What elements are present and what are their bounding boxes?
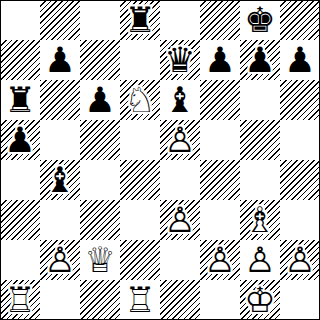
piece-outline: ♙ — [200, 240, 240, 280]
square-c2[interactable]: ♛♕ — [80, 240, 120, 280]
square-c8[interactable] — [80, 0, 120, 40]
square-d2[interactable] — [120, 240, 160, 280]
square-g8[interactable]: ♚ — [240, 0, 280, 40]
square-h5[interactable] — [280, 120, 320, 160]
square-e4[interactable] — [160, 160, 200, 200]
square-b2[interactable]: ♟♙ — [40, 240, 80, 280]
square-g3[interactable]: ♝♗ — [240, 200, 280, 240]
piece-white-rook[interactable]: ♜♖ — [120, 280, 160, 320]
piece-white-pawn[interactable]: ♟♙ — [200, 240, 240, 280]
square-g4[interactable] — [240, 160, 280, 200]
piece-outline: ♖ — [120, 280, 160, 320]
square-f1[interactable] — [200, 280, 240, 320]
piece-white-knight[interactable]: ♞♘ — [120, 80, 160, 120]
square-b5[interactable] — [40, 120, 80, 160]
piece-outline: ♙ — [280, 240, 320, 280]
piece-outline: ♕ — [80, 240, 120, 280]
piece-white-pawn[interactable]: ♟♙ — [160, 120, 200, 160]
piece-outline: ♙ — [40, 240, 80, 280]
square-h6[interactable] — [280, 80, 320, 120]
square-h7[interactable]: ♟ — [280, 40, 320, 80]
square-d6[interactable]: ♞♘ — [120, 80, 160, 120]
square-c3[interactable] — [80, 200, 120, 240]
piece-outline: ♖ — [0, 280, 40, 320]
piece-black-pawn[interactable]: ♟ — [0, 120, 40, 160]
piece-black-pawn[interactable]: ♟ — [80, 80, 120, 120]
square-h2[interactable]: ♟♙ — [280, 240, 320, 280]
piece-white-pawn[interactable]: ♟♙ — [280, 240, 320, 280]
square-f3[interactable] — [200, 200, 240, 240]
square-a5[interactable]: ♟ — [0, 120, 40, 160]
piece-outline: ♙ — [240, 240, 280, 280]
square-c6[interactable]: ♟ — [80, 80, 120, 120]
square-b6[interactable] — [40, 80, 80, 120]
square-d4[interactable] — [120, 160, 160, 200]
square-e6[interactable]: ♝ — [160, 80, 200, 120]
square-f4[interactable] — [200, 160, 240, 200]
square-e1[interactable] — [160, 280, 200, 320]
square-h3[interactable] — [280, 200, 320, 240]
piece-black-rook[interactable]: ♜ — [120, 0, 160, 40]
piece-white-bishop[interactable]: ♝♗ — [240, 200, 280, 240]
square-e7[interactable]: ♛ — [160, 40, 200, 80]
square-a4[interactable] — [0, 160, 40, 200]
square-h1[interactable] — [280, 280, 320, 320]
square-g1[interactable]: ♚♔ — [240, 280, 280, 320]
square-c4[interactable] — [80, 160, 120, 200]
square-d5[interactable] — [120, 120, 160, 160]
square-c5[interactable] — [80, 120, 120, 160]
square-c1[interactable] — [80, 280, 120, 320]
square-g5[interactable] — [240, 120, 280, 160]
piece-white-pawn[interactable]: ♟♙ — [160, 200, 200, 240]
square-d7[interactable] — [120, 40, 160, 80]
square-b3[interactable] — [40, 200, 80, 240]
square-e2[interactable] — [160, 240, 200, 280]
square-g6[interactable] — [240, 80, 280, 120]
square-f8[interactable] — [200, 0, 240, 40]
square-f2[interactable]: ♟♙ — [200, 240, 240, 280]
square-f6[interactable] — [200, 80, 240, 120]
square-h8[interactable] — [280, 0, 320, 40]
piece-outline: ♘ — [120, 80, 160, 120]
square-a3[interactable] — [0, 200, 40, 240]
piece-black-queen[interactable]: ♛ — [160, 40, 200, 80]
square-e8[interactable] — [160, 0, 200, 40]
piece-white-king[interactable]: ♚♔ — [240, 280, 280, 320]
piece-black-king[interactable]: ♚ — [240, 0, 280, 40]
chess-board: ♜♚♟♛♟♟♟♜♟♞♘♝♟♟♙♝♟♙♝♗♟♙♛♕♟♙♟♙♟♙♜♖♜♖♚♔ — [0, 0, 320, 320]
piece-black-bishop[interactable]: ♝ — [40, 160, 80, 200]
square-d3[interactable] — [120, 200, 160, 240]
piece-black-pawn[interactable]: ♟ — [200, 40, 240, 80]
piece-black-bishop[interactable]: ♝ — [160, 80, 200, 120]
piece-black-pawn[interactable]: ♟ — [240, 40, 280, 80]
square-a2[interactable] — [0, 240, 40, 280]
square-e3[interactable]: ♟♙ — [160, 200, 200, 240]
square-a6[interactable]: ♜ — [0, 80, 40, 120]
square-g7[interactable]: ♟ — [240, 40, 280, 80]
square-a8[interactable] — [0, 0, 40, 40]
square-b4[interactable]: ♝ — [40, 160, 80, 200]
piece-white-queen[interactable]: ♛♕ — [80, 240, 120, 280]
square-f7[interactable]: ♟ — [200, 40, 240, 80]
piece-white-pawn[interactable]: ♟♙ — [40, 240, 80, 280]
square-a1[interactable]: ♜♖ — [0, 280, 40, 320]
square-b7[interactable]: ♟ — [40, 40, 80, 80]
piece-white-pawn[interactable]: ♟♙ — [240, 240, 280, 280]
square-d1[interactable]: ♜♖ — [120, 280, 160, 320]
piece-outline: ♗ — [240, 200, 280, 240]
square-f5[interactable] — [200, 120, 240, 160]
piece-outline: ♙ — [160, 200, 200, 240]
piece-black-pawn[interactable]: ♟ — [280, 40, 320, 80]
piece-black-rook[interactable]: ♜ — [0, 80, 40, 120]
square-b1[interactable] — [40, 280, 80, 320]
square-a7[interactable] — [0, 40, 40, 80]
piece-white-rook[interactable]: ♜♖ — [0, 280, 40, 320]
piece-outline: ♙ — [160, 120, 200, 160]
square-h4[interactable] — [280, 160, 320, 200]
square-d8[interactable]: ♜ — [120, 0, 160, 40]
square-g2[interactable]: ♟♙ — [240, 240, 280, 280]
square-e5[interactable]: ♟♙ — [160, 120, 200, 160]
square-b8[interactable] — [40, 0, 80, 40]
square-c7[interactable] — [80, 40, 120, 80]
piece-outline: ♔ — [240, 280, 280, 320]
piece-black-pawn[interactable]: ♟ — [40, 40, 80, 80]
